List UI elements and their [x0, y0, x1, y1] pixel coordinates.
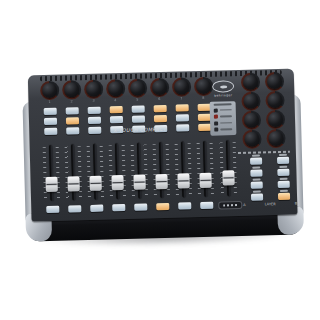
setup-label: [220, 122, 232, 124]
channel-button-mid: [197, 114, 210, 121]
channel-button-mid: [175, 114, 188, 121]
setup-row: [214, 108, 232, 112]
layer-a-label: A: [243, 203, 246, 207]
channel-button-mid: [87, 117, 100, 124]
channel-fader-button: [134, 203, 147, 210]
function-button: [250, 157, 262, 164]
aux-encoder-knob: [243, 112, 258, 127]
channel-button-top: [87, 107, 100, 114]
channel-fader: [173, 141, 194, 198]
channel-button-top: [109, 106, 122, 113]
channel-fader: [63, 144, 84, 201]
setup-button: [214, 128, 218, 132]
channel-button-mid: [65, 117, 78, 124]
channel-fader-cap: [89, 176, 101, 191]
fader-scale-ticks: [233, 142, 237, 194]
fader-slot: [203, 141, 207, 197]
channel-button-low: [66, 127, 79, 134]
channel-button-top: [43, 108, 56, 115]
channel-fader-cap: [67, 177, 79, 192]
master-fader-cap: [222, 170, 234, 185]
channel-fader-button: [112, 204, 125, 211]
button-cap: [250, 181, 262, 188]
channel-number: 3: [92, 99, 94, 103]
channel-fader-cap: [111, 175, 123, 190]
setup-row: [214, 127, 232, 131]
channel-button-mid: [131, 115, 144, 122]
setup-button: [214, 121, 218, 125]
button-cap: [250, 193, 262, 200]
fader-slot: [137, 143, 141, 199]
master-flip-button: [218, 201, 242, 210]
encoder-area: 1: [39, 81, 59, 105]
channel-number: 4: [114, 98, 116, 102]
function-button: [277, 157, 289, 164]
channel-number: 8: [202, 96, 204, 100]
channel-button-mid: [43, 118, 56, 125]
channel-fader-button: [178, 202, 191, 209]
channel-encoder-knob: [173, 79, 188, 94]
channel-fader-button: [90, 205, 103, 212]
channel-fader-cap: [177, 174, 189, 189]
encoder-area: 7: [171, 77, 191, 101]
behringer-emblem-icon: [212, 80, 234, 93]
encoder-led-ring: [61, 80, 80, 99]
encoder-led-ring: [127, 78, 146, 97]
channel-strip-bank: 1 2: [38, 77, 218, 220]
channel-fader-button: [46, 206, 59, 213]
encoder-area: 2: [61, 80, 81, 104]
channel-button-mid: [109, 116, 122, 123]
aux-encoder-led-ring: [242, 129, 261, 148]
function-button: [277, 181, 289, 188]
aux-encoder-knob: [267, 93, 282, 108]
channel-button-top: [131, 105, 144, 112]
aux-encoder-knob: [267, 112, 282, 127]
channel-button-low: [44, 128, 57, 135]
brand-logo: behringer: [210, 80, 236, 99]
channel-button-top: [65, 107, 78, 114]
top-panel: 1 2: [28, 69, 298, 222]
channel-fader-cap: [199, 173, 211, 188]
channel-fader: [151, 142, 172, 199]
aux-encoder-led-ring: [240, 72, 259, 91]
channel-encoder-knob: [41, 83, 56, 98]
product-photo: 1 2: [0, 0, 320, 320]
channel-button-top: [175, 104, 188, 111]
channel-fader: [195, 141, 216, 198]
aux-encoder-led-ring: [266, 129, 285, 148]
layer-labels: A LAYER B: [243, 202, 297, 207]
setup-row: [214, 121, 232, 125]
mixer-device: 1 2: [22, 68, 304, 247]
function-button: [250, 181, 262, 188]
setup-row: [214, 114, 232, 118]
channel-number: 5: [136, 98, 138, 102]
setup-label: [220, 109, 232, 111]
aux-encoder-led-ring: [241, 91, 260, 110]
brand-wordmark: behringer: [210, 93, 236, 98]
fader-scale-ticks: [220, 142, 224, 194]
channel-button-top: [197, 104, 210, 111]
setup-label: [220, 128, 232, 130]
emblem-mark: [220, 85, 227, 88]
fader-slot: [71, 144, 75, 200]
button-cap: [277, 157, 289, 164]
channel-fader-cap: [45, 177, 57, 192]
channel-encoder-knob: [195, 79, 210, 94]
button-cap: [277, 169, 289, 176]
aux-encoder-knob: [242, 75, 257, 90]
button-cap: [277, 181, 289, 188]
encoder-led-ring: [149, 78, 168, 97]
fader-slot: [181, 141, 185, 197]
encoder-led-ring: [171, 77, 190, 96]
button-cap: [250, 157, 262, 164]
aux-encoder-knob: [266, 74, 281, 89]
encoder-led-ring: [105, 79, 124, 98]
channel-number: 2: [70, 99, 72, 103]
channel-fader-button: [68, 205, 81, 212]
channel-encoder-knob: [129, 80, 144, 95]
aux-encoder-led-ring: [264, 72, 283, 91]
aux-encoder-knob: [268, 131, 283, 146]
channel-button-mid: [153, 115, 166, 122]
aux-encoder-led-ring: [265, 110, 284, 129]
encoder-led-ring: [83, 80, 102, 99]
channel-fader: [107, 143, 128, 200]
encoder-led-ring: [39, 81, 58, 100]
channel-encoder-knob: [107, 81, 122, 96]
fader-slot: [115, 143, 119, 199]
aux-encoder-bank: [238, 72, 288, 149]
channel-button-top: [153, 105, 166, 112]
button-cap: [277, 193, 289, 200]
setup-label: [220, 115, 232, 117]
master-fader: [218, 140, 239, 197]
setup-panel-title: [214, 103, 232, 105]
channel-encoder-knob: [151, 80, 166, 95]
channel-number: 1: [48, 100, 50, 104]
setup-mode-panel: [210, 101, 237, 136]
channel-number: 6: [158, 97, 160, 101]
aux-encoder-led-ring: [241, 110, 260, 129]
channel-encoder-knob: [85, 82, 100, 97]
fader-slot: [93, 144, 97, 200]
fader-slot: [49, 145, 53, 201]
button-cap: [250, 169, 262, 176]
encoder-area: 6: [149, 78, 169, 102]
aux-encoder-led-ring: [265, 91, 284, 110]
aux-encoder-knob: [243, 93, 258, 108]
channel-fader-cap: [155, 174, 167, 189]
aux-encoder-knob: [244, 131, 259, 146]
layer-b-button: [277, 193, 289, 200]
layer-label: LAYER: [265, 202, 276, 206]
function-button: [277, 169, 289, 176]
channel-fader: [85, 144, 106, 201]
encoder-area: 3: [83, 80, 103, 104]
channel-button-low: [198, 124, 211, 131]
encoder-area: 4: [105, 79, 125, 103]
channel-fader-button: [156, 203, 169, 210]
channel-fader: [41, 145, 62, 202]
channel-number: 7: [180, 96, 182, 100]
layer-b-label: B: [295, 202, 298, 206]
channel-encoder-knob: [63, 82, 78, 97]
fader-slot: [159, 142, 163, 198]
setup-led: [214, 115, 218, 119]
right-button-grid: [246, 157, 293, 201]
fader-slot: [226, 140, 230, 196]
channel-fader-cap: [133, 175, 145, 190]
channel-button-low: [88, 127, 101, 134]
function-button: [250, 169, 262, 176]
setup-button: [214, 108, 218, 112]
channel-fader: [129, 142, 150, 199]
encoder-area: 5: [127, 78, 147, 102]
layer-a-button: [250, 193, 262, 200]
channel-fader-button: [200, 202, 213, 209]
